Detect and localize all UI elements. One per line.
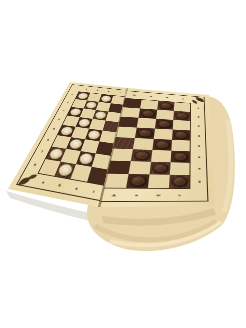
bottom-label-2: б [57, 183, 61, 187]
dark-checker[interactable] [137, 129, 153, 138]
top-label-5: д [132, 94, 135, 96]
right-label-7: 7 [198, 168, 201, 171]
square-d8 [171, 140, 189, 152]
top-label-6: е [149, 95, 152, 97]
product-photo-scene: абвгдежзабвгдежз1234567812345678 абвгдеж… [0, 0, 246, 328]
square-d5[interactable] [113, 137, 135, 149]
dark-checker[interactable] [141, 110, 156, 118]
dark-checker[interactable] [174, 131, 188, 140]
right-label-2: 2 [197, 116, 199, 118]
square-c8[interactable] [171, 151, 190, 163]
top-label-8: з [182, 98, 184, 100]
bottom-label-6: е [134, 194, 138, 197]
light-checker[interactable] [100, 95, 111, 102]
square-a8[interactable] [169, 175, 189, 188]
square-a6[interactable] [126, 174, 149, 188]
right-label-3: 3 [197, 125, 199, 127]
dark-checker[interactable] [133, 151, 150, 161]
square-c6[interactable] [131, 149, 153, 162]
top-label-2: б [96, 90, 98, 92]
bottom-label-5: д [111, 194, 116, 197]
bottom-label-7: ж [155, 194, 160, 197]
dark-checker[interactable] [129, 175, 147, 186]
bottom-label-4: г [92, 190, 95, 194]
light-checker[interactable] [94, 111, 106, 119]
square-c7 [151, 150, 171, 162]
square-b7[interactable] [150, 162, 171, 175]
top-label-7: ж [165, 97, 169, 99]
square-b5[interactable] [107, 161, 131, 174]
top-label-4: г [119, 92, 121, 94]
bottom-label-3: в [74, 186, 77, 190]
square-a7 [148, 174, 170, 188]
dark-checker[interactable] [175, 112, 188, 120]
checkers-board: абвгдежзабвгдежз1234567812345678 абвгдеж… [0, 0, 246, 328]
light-checker[interactable] [87, 130, 101, 140]
square-d6 [133, 138, 154, 150]
dark-checker[interactable] [159, 102, 173, 110]
right-label-5: 5 [197, 145, 200, 147]
square-c5 [110, 148, 133, 161]
right-label-6: 6 [197, 156, 200, 158]
right-label-8: 8 [198, 180, 201, 183]
square-d7[interactable] [152, 139, 172, 151]
dark-checker[interactable] [173, 152, 188, 162]
top-label-3: в [107, 91, 109, 93]
dark-checker[interactable] [157, 120, 171, 128]
corner-ornament-icon [191, 97, 203, 104]
dark-checker[interactable] [152, 163, 169, 173]
light-checker[interactable] [78, 153, 94, 165]
right-label-1: 1 [197, 107, 199, 109]
top-label-1: а [85, 88, 87, 90]
square-b6 [129, 161, 151, 174]
dark-checker[interactable] [171, 176, 187, 187]
right-label-4: 4 [197, 135, 200, 137]
square-a5 [104, 174, 129, 188]
dark-checker[interactable] [155, 140, 170, 149]
square-b8 [170, 162, 190, 175]
bottom-label-8: з [178, 194, 181, 197]
